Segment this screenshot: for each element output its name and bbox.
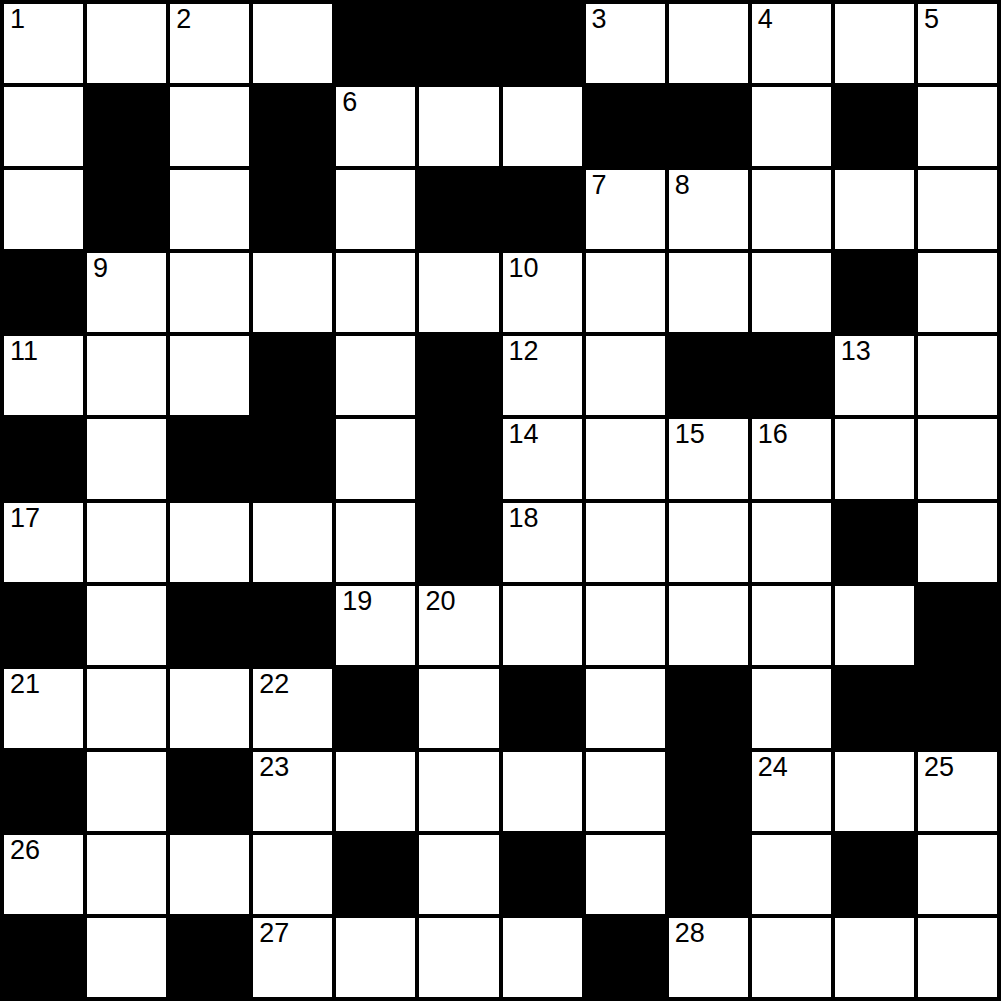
- white-cell[interactable]: [336, 752, 415, 831]
- black-cell: [170, 586, 249, 665]
- clue-number: 5: [924, 4, 939, 36]
- black-cell: [752, 336, 831, 415]
- white-cell[interactable]: [835, 170, 914, 249]
- white-cell[interactable]: [87, 503, 166, 582]
- clue-number: 10: [509, 253, 539, 285]
- clue-number: 12: [509, 336, 539, 368]
- clue-number: 4: [758, 4, 773, 36]
- white-cell[interactable]: [253, 503, 332, 582]
- white-cell[interactable]: [586, 503, 665, 582]
- white-cell[interactable]: 17: [4, 503, 83, 582]
- white-cell[interactable]: [336, 503, 415, 582]
- white-cell[interactable]: 18: [503, 503, 582, 582]
- black-cell: [253, 170, 332, 249]
- clue-number: 9: [93, 253, 108, 285]
- clue-number: 20: [425, 586, 455, 618]
- black-cell: [87, 87, 166, 166]
- white-cell[interactable]: [835, 752, 914, 831]
- white-cell[interactable]: [253, 4, 332, 83]
- white-cell[interactable]: [419, 253, 498, 332]
- clue-number: 13: [841, 336, 871, 368]
- black-cell: [419, 336, 498, 415]
- white-cell[interactable]: [835, 918, 914, 997]
- clue-number: 24: [758, 752, 788, 784]
- white-cell[interactable]: 7: [586, 170, 665, 249]
- black-cell: [419, 170, 498, 249]
- white-cell[interactable]: [87, 752, 166, 831]
- clue-number: 22: [259, 669, 289, 701]
- black-cell: [669, 835, 748, 914]
- white-cell[interactable]: 15: [669, 419, 748, 498]
- white-cell[interactable]: [503, 87, 582, 166]
- white-cell[interactable]: [918, 835, 997, 914]
- black-cell: [4, 419, 83, 498]
- black-cell: [336, 669, 415, 748]
- black-cell: [835, 503, 914, 582]
- clue-number: 7: [592, 170, 607, 202]
- black-cell: [253, 336, 332, 415]
- white-cell[interactable]: 3: [586, 4, 665, 83]
- crossword-grid: 1234567891011121314151617181920212223242…: [0, 0, 1001, 1001]
- white-cell[interactable]: [253, 253, 332, 332]
- black-cell: [669, 752, 748, 831]
- black-cell: [4, 253, 83, 332]
- black-cell: [669, 336, 748, 415]
- clue-number: 16: [758, 419, 788, 451]
- black-cell: [4, 918, 83, 997]
- white-cell[interactable]: 11: [4, 336, 83, 415]
- black-cell: [4, 752, 83, 831]
- white-cell[interactable]: [669, 253, 748, 332]
- white-cell[interactable]: 22: [253, 669, 332, 748]
- white-cell[interactable]: 25: [918, 752, 997, 831]
- white-cell[interactable]: [419, 835, 498, 914]
- white-cell[interactable]: [170, 669, 249, 748]
- clue-number: 17: [10, 503, 40, 535]
- white-cell[interactable]: [419, 669, 498, 748]
- white-cell[interactable]: [669, 586, 748, 665]
- white-cell[interactable]: [336, 253, 415, 332]
- white-cell[interactable]: [586, 752, 665, 831]
- black-cell: [170, 419, 249, 498]
- clue-number: 26: [10, 835, 40, 867]
- white-cell[interactable]: [752, 503, 831, 582]
- clue-number: 18: [509, 503, 539, 535]
- clue-number: 15: [675, 419, 705, 451]
- clue-number: 11: [10, 336, 38, 368]
- white-cell[interactable]: [336, 170, 415, 249]
- black-cell: [669, 87, 748, 166]
- white-cell[interactable]: [752, 669, 831, 748]
- black-cell: [586, 87, 665, 166]
- white-cell[interactable]: [752, 170, 831, 249]
- white-cell[interactable]: 12: [503, 336, 582, 415]
- black-cell: [336, 4, 415, 83]
- black-cell: [586, 918, 665, 997]
- black-cell: [835, 669, 914, 748]
- white-cell[interactable]: [752, 835, 831, 914]
- white-cell[interactable]: 10: [503, 253, 582, 332]
- white-cell[interactable]: [253, 835, 332, 914]
- white-cell[interactable]: [170, 503, 249, 582]
- white-cell[interactable]: [503, 752, 582, 831]
- black-cell: [503, 4, 582, 83]
- black-cell: [918, 669, 997, 748]
- white-cell[interactable]: [4, 87, 83, 166]
- white-cell[interactable]: 16: [752, 419, 831, 498]
- white-cell[interactable]: 23: [253, 752, 332, 831]
- black-cell: [170, 918, 249, 997]
- white-cell[interactable]: [669, 4, 748, 83]
- white-cell[interactable]: [586, 253, 665, 332]
- white-cell[interactable]: 9: [87, 253, 166, 332]
- white-cell[interactable]: [835, 586, 914, 665]
- clue-number: 8: [675, 170, 690, 202]
- white-cell[interactable]: 14: [503, 419, 582, 498]
- white-cell[interactable]: [336, 419, 415, 498]
- white-cell[interactable]: [170, 336, 249, 415]
- white-cell[interactable]: 6: [336, 87, 415, 166]
- white-cell[interactable]: [4, 170, 83, 249]
- clue-number: 23: [259, 752, 289, 784]
- white-cell[interactable]: [918, 336, 997, 415]
- black-cell: [419, 4, 498, 83]
- black-cell: [918, 586, 997, 665]
- white-cell[interactable]: [669, 503, 748, 582]
- black-cell: [503, 669, 582, 748]
- white-cell[interactable]: 5: [918, 4, 997, 83]
- black-cell: [253, 419, 332, 498]
- white-cell[interactable]: [918, 87, 997, 166]
- white-cell[interactable]: [419, 918, 498, 997]
- white-cell[interactable]: [419, 87, 498, 166]
- white-cell[interactable]: 13: [835, 336, 914, 415]
- white-cell[interactable]: [87, 336, 166, 415]
- clue-number: 14: [509, 419, 539, 451]
- clue-number: 6: [342, 87, 357, 119]
- black-cell: [503, 835, 582, 914]
- white-cell[interactable]: [170, 170, 249, 249]
- white-cell[interactable]: [918, 419, 997, 498]
- white-cell[interactable]: [752, 253, 831, 332]
- white-cell[interactable]: 4: [752, 4, 831, 83]
- black-cell: [87, 170, 166, 249]
- white-cell[interactable]: [503, 918, 582, 997]
- clue-number: 2: [176, 4, 191, 36]
- clue-number: 21: [10, 669, 40, 701]
- white-cell[interactable]: [918, 170, 997, 249]
- black-cell: [835, 253, 914, 332]
- clue-number: 27: [259, 918, 289, 950]
- black-cell: [419, 503, 498, 582]
- white-cell[interactable]: [918, 253, 997, 332]
- white-cell[interactable]: [586, 669, 665, 748]
- white-cell[interactable]: [752, 87, 831, 166]
- white-cell[interactable]: [503, 586, 582, 665]
- black-cell: [835, 835, 914, 914]
- black-cell: [253, 586, 332, 665]
- clue-number: 25: [924, 752, 954, 784]
- white-cell[interactable]: 8: [669, 170, 748, 249]
- black-cell: [336, 835, 415, 914]
- white-cell[interactable]: 20: [419, 586, 498, 665]
- white-cell[interactable]: [87, 918, 166, 997]
- white-cell[interactable]: [586, 586, 665, 665]
- clue-number: 28: [675, 918, 705, 950]
- black-cell: [503, 170, 582, 249]
- white-cell[interactable]: [87, 669, 166, 748]
- white-cell[interactable]: [586, 336, 665, 415]
- white-cell[interactable]: [752, 586, 831, 665]
- white-cell[interactable]: [170, 253, 249, 332]
- white-cell[interactable]: 2: [170, 4, 249, 83]
- white-cell[interactable]: [87, 419, 166, 498]
- black-cell: [253, 87, 332, 166]
- white-cell[interactable]: [918, 503, 997, 582]
- white-cell[interactable]: 28: [669, 918, 748, 997]
- black-cell: [170, 752, 249, 831]
- white-cell[interactable]: [336, 918, 415, 997]
- white-cell[interactable]: [918, 918, 997, 997]
- white-cell[interactable]: [586, 419, 665, 498]
- black-cell: [4, 586, 83, 665]
- white-cell[interactable]: [752, 918, 831, 997]
- white-cell[interactable]: [170, 87, 249, 166]
- clue-number: 1: [10, 4, 25, 36]
- black-cell: [835, 87, 914, 166]
- white-cell[interactable]: [336, 336, 415, 415]
- white-cell[interactable]: 19: [336, 586, 415, 665]
- clue-number: 19: [342, 586, 372, 618]
- white-cell[interactable]: [170, 835, 249, 914]
- white-cell[interactable]: [87, 586, 166, 665]
- white-cell[interactable]: 1: [4, 4, 83, 83]
- black-cell: [669, 669, 748, 748]
- white-cell[interactable]: [87, 4, 166, 83]
- black-cell: [419, 419, 498, 498]
- white-cell[interactable]: 27: [253, 918, 332, 997]
- white-cell[interactable]: [586, 835, 665, 914]
- white-cell[interactable]: [419, 752, 498, 831]
- white-cell[interactable]: 21: [4, 669, 83, 748]
- clue-number: 3: [592, 4, 607, 36]
- white-cell[interactable]: 26: [4, 835, 83, 914]
- white-cell[interactable]: [87, 835, 166, 914]
- white-cell[interactable]: 24: [752, 752, 831, 831]
- white-cell[interactable]: [835, 4, 914, 83]
- white-cell[interactable]: [835, 419, 914, 498]
